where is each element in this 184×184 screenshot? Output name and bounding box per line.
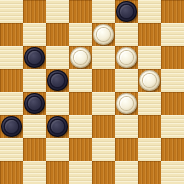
square-f3[interactable] <box>115 115 138 138</box>
square-d6[interactable] <box>69 46 92 69</box>
white-man-d6[interactable] <box>70 47 91 68</box>
square-g7[interactable] <box>138 23 161 46</box>
square-a1[interactable] <box>0 161 23 184</box>
square-h3[interactable] <box>161 115 184 138</box>
square-c3[interactable] <box>46 115 69 138</box>
black-man-a3[interactable] <box>1 116 22 137</box>
square-a2[interactable] <box>0 138 23 161</box>
square-f8[interactable] <box>115 0 138 23</box>
square-b7[interactable] <box>23 23 46 46</box>
square-g4[interactable] <box>138 92 161 115</box>
checkers-board <box>0 0 184 184</box>
black-man-c3[interactable] <box>47 116 68 137</box>
black-man-b4[interactable] <box>24 93 45 114</box>
black-man-f8[interactable] <box>116 1 137 22</box>
square-e8[interactable] <box>92 0 115 23</box>
square-e5[interactable] <box>92 69 115 92</box>
square-b2[interactable] <box>23 138 46 161</box>
square-f4[interactable] <box>115 92 138 115</box>
square-d7[interactable] <box>69 23 92 46</box>
square-c1[interactable] <box>46 161 69 184</box>
square-d1[interactable] <box>69 161 92 184</box>
square-a7[interactable] <box>0 23 23 46</box>
square-g2[interactable] <box>138 138 161 161</box>
square-a5[interactable] <box>0 69 23 92</box>
square-f5[interactable] <box>115 69 138 92</box>
square-b1[interactable] <box>23 161 46 184</box>
square-h8[interactable] <box>161 0 184 23</box>
square-a4[interactable] <box>0 92 23 115</box>
square-h6[interactable] <box>161 46 184 69</box>
square-a8[interactable] <box>0 0 23 23</box>
square-f2[interactable] <box>115 138 138 161</box>
square-e4[interactable] <box>92 92 115 115</box>
square-g6[interactable] <box>138 46 161 69</box>
square-h2[interactable] <box>161 138 184 161</box>
square-b6[interactable] <box>23 46 46 69</box>
square-e3[interactable] <box>92 115 115 138</box>
square-c7[interactable] <box>46 23 69 46</box>
square-d2[interactable] <box>69 138 92 161</box>
square-b3[interactable] <box>23 115 46 138</box>
square-a6[interactable] <box>0 46 23 69</box>
white-man-e7[interactable] <box>93 24 114 45</box>
square-d8[interactable] <box>69 0 92 23</box>
square-d5[interactable] <box>69 69 92 92</box>
square-g1[interactable] <box>138 161 161 184</box>
square-d4[interactable] <box>69 92 92 115</box>
square-e6[interactable] <box>92 46 115 69</box>
square-f6[interactable] <box>115 46 138 69</box>
square-e2[interactable] <box>92 138 115 161</box>
square-e7[interactable] <box>92 23 115 46</box>
square-g3[interactable] <box>138 115 161 138</box>
white-man-f4[interactable] <box>116 93 137 114</box>
square-b4[interactable] <box>23 92 46 115</box>
square-h5[interactable] <box>161 69 184 92</box>
white-man-g5[interactable] <box>139 70 160 91</box>
square-f7[interactable] <box>115 23 138 46</box>
square-g5[interactable] <box>138 69 161 92</box>
square-h7[interactable] <box>161 23 184 46</box>
square-b5[interactable] <box>23 69 46 92</box>
square-c8[interactable] <box>46 0 69 23</box>
square-f1[interactable] <box>115 161 138 184</box>
black-man-c5[interactable] <box>47 70 68 91</box>
square-c6[interactable] <box>46 46 69 69</box>
square-e1[interactable] <box>92 161 115 184</box>
square-d3[interactable] <box>69 115 92 138</box>
square-c2[interactable] <box>46 138 69 161</box>
square-c4[interactable] <box>46 92 69 115</box>
square-c5[interactable] <box>46 69 69 92</box>
square-h4[interactable] <box>161 92 184 115</box>
square-g8[interactable] <box>138 0 161 23</box>
square-h1[interactable] <box>161 161 184 184</box>
square-b8[interactable] <box>23 0 46 23</box>
black-man-b6[interactable] <box>24 47 45 68</box>
square-a3[interactable] <box>0 115 23 138</box>
white-man-f6[interactable] <box>116 47 137 68</box>
